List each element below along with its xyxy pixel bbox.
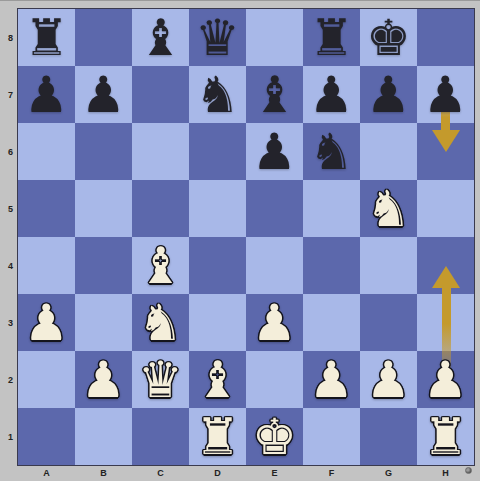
square-h4[interactable] bbox=[417, 237, 474, 294]
piece-black-pawn[interactable]: ♟ bbox=[81, 70, 126, 120]
rank-label-3: 3 bbox=[0, 294, 16, 351]
square-c8[interactable]: ♝ bbox=[132, 9, 189, 66]
square-g4[interactable] bbox=[360, 237, 417, 294]
square-c2[interactable]: ♛ bbox=[132, 351, 189, 408]
square-c7[interactable] bbox=[132, 66, 189, 123]
square-d2[interactable]: ♝ bbox=[189, 351, 246, 408]
square-f7[interactable]: ♟ bbox=[303, 66, 360, 123]
square-e8[interactable] bbox=[246, 9, 303, 66]
square-f5[interactable] bbox=[303, 180, 360, 237]
square-b5[interactable] bbox=[75, 180, 132, 237]
square-d8[interactable]: ♛ bbox=[189, 9, 246, 66]
piece-black-rook[interactable]: ♜ bbox=[24, 13, 69, 63]
square-b8[interactable] bbox=[75, 9, 132, 66]
square-d1[interactable]: ♜ bbox=[189, 408, 246, 465]
square-a4[interactable] bbox=[18, 237, 75, 294]
rank-label-1: 1 bbox=[0, 408, 16, 465]
square-d7[interactable]: ♞ bbox=[189, 66, 246, 123]
piece-white-pawn[interactable]: ♟ bbox=[423, 355, 468, 405]
square-h3[interactable] bbox=[417, 294, 474, 351]
rank-label-4: 4 bbox=[0, 237, 16, 294]
square-g7[interactable]: ♟ bbox=[360, 66, 417, 123]
square-f1[interactable] bbox=[303, 408, 360, 465]
piece-black-rook[interactable]: ♜ bbox=[309, 13, 354, 63]
file-label-e: E bbox=[246, 465, 303, 481]
piece-white-pawn[interactable]: ♟ bbox=[252, 298, 297, 348]
square-a1[interactable] bbox=[18, 408, 75, 465]
square-c6[interactable] bbox=[132, 123, 189, 180]
rank-label-7: 7 bbox=[0, 66, 16, 123]
chess-board[interactable]: ♜♝♛♜♚♟♟♞♝♟♟♟♟♞♞♝♟♞♟♟♛♝♟♟♟♜♚♜ bbox=[18, 9, 474, 465]
file-label-g: G bbox=[360, 465, 417, 481]
rank-label-2: 2 bbox=[0, 351, 16, 408]
square-a3[interactable]: ♟ bbox=[18, 294, 75, 351]
piece-black-pawn[interactable]: ♟ bbox=[366, 70, 411, 120]
rank-label-8: 8 bbox=[0, 9, 16, 66]
piece-white-knight[interactable]: ♞ bbox=[138, 298, 183, 348]
square-g8[interactable]: ♚ bbox=[360, 9, 417, 66]
piece-white-bishop[interactable]: ♝ bbox=[138, 241, 183, 291]
square-c4[interactable]: ♝ bbox=[132, 237, 189, 294]
square-h6[interactable] bbox=[417, 123, 474, 180]
piece-black-pawn[interactable]: ♟ bbox=[309, 70, 354, 120]
board-frame: 87654321 ♜♝♛♜♚♟♟♞♝♟♟♟♟♞♞♝♟♞♟♟♛♝♟♟♟♜♚♜ AB… bbox=[0, 0, 480, 481]
piece-white-knight[interactable]: ♞ bbox=[366, 184, 411, 234]
piece-white-pawn[interactable]: ♟ bbox=[81, 355, 126, 405]
piece-white-rook[interactable]: ♜ bbox=[195, 412, 240, 462]
piece-white-pawn[interactable]: ♟ bbox=[309, 355, 354, 405]
square-f4[interactable] bbox=[303, 237, 360, 294]
file-label-a: A bbox=[18, 465, 75, 481]
square-f8[interactable]: ♜ bbox=[303, 9, 360, 66]
rank-label-6: 6 bbox=[0, 123, 16, 180]
square-h8[interactable] bbox=[417, 9, 474, 66]
piece-black-pawn[interactable]: ♟ bbox=[423, 70, 468, 120]
square-g5[interactable]: ♞ bbox=[360, 180, 417, 237]
square-g3[interactable] bbox=[360, 294, 417, 351]
square-b3[interactable] bbox=[75, 294, 132, 351]
rank-labels: 87654321 bbox=[0, 9, 16, 465]
square-a2[interactable] bbox=[18, 351, 75, 408]
square-d6[interactable] bbox=[189, 123, 246, 180]
square-f6[interactable]: ♞ bbox=[303, 123, 360, 180]
square-d4[interactable] bbox=[189, 237, 246, 294]
file-label-c: C bbox=[132, 465, 189, 481]
piece-black-pawn[interactable]: ♟ bbox=[252, 127, 297, 177]
piece-black-queen[interactable]: ♛ bbox=[195, 13, 240, 63]
board-border: ♜♝♛♜♚♟♟♞♝♟♟♟♟♞♞♝♟♞♟♟♛♝♟♟♟♜♚♜ bbox=[17, 8, 475, 466]
square-f2[interactable]: ♟ bbox=[303, 351, 360, 408]
square-e2[interactable] bbox=[246, 351, 303, 408]
square-c1[interactable] bbox=[132, 408, 189, 465]
square-c5[interactable] bbox=[132, 180, 189, 237]
square-e4[interactable] bbox=[246, 237, 303, 294]
square-a6[interactable] bbox=[18, 123, 75, 180]
piece-black-bishop[interactable]: ♝ bbox=[252, 70, 297, 120]
square-g2[interactable]: ♟ bbox=[360, 351, 417, 408]
square-h5[interactable] bbox=[417, 180, 474, 237]
piece-white-pawn[interactable]: ♟ bbox=[24, 298, 69, 348]
square-c3[interactable]: ♞ bbox=[132, 294, 189, 351]
square-g1[interactable] bbox=[360, 408, 417, 465]
piece-white-bishop[interactable]: ♝ bbox=[195, 355, 240, 405]
square-h1[interactable]: ♜ bbox=[417, 408, 474, 465]
square-e7[interactable]: ♝ bbox=[246, 66, 303, 123]
square-a5[interactable] bbox=[18, 180, 75, 237]
file-label-f: F bbox=[303, 465, 360, 481]
square-f3[interactable] bbox=[303, 294, 360, 351]
file-labels: ABCDEFGH bbox=[18, 465, 474, 481]
piece-black-knight[interactable]: ♞ bbox=[309, 127, 354, 177]
square-g6[interactable] bbox=[360, 123, 417, 180]
piece-black-pawn[interactable]: ♟ bbox=[24, 70, 69, 120]
file-label-d: D bbox=[189, 465, 246, 481]
square-a8[interactable]: ♜ bbox=[18, 9, 75, 66]
square-e1[interactable]: ♚ bbox=[246, 408, 303, 465]
piece-white-pawn[interactable]: ♟ bbox=[366, 355, 411, 405]
file-label-b: B bbox=[75, 465, 132, 481]
piece-black-bishop[interactable]: ♝ bbox=[138, 13, 183, 63]
square-b7[interactable]: ♟ bbox=[75, 66, 132, 123]
piece-white-queen[interactable]: ♛ bbox=[138, 355, 183, 405]
rank-label-5: 5 bbox=[0, 180, 16, 237]
piece-white-king[interactable]: ♚ bbox=[252, 412, 297, 462]
square-a7[interactable]: ♟ bbox=[18, 66, 75, 123]
square-h7[interactable]: ♟ bbox=[417, 66, 474, 123]
piece-black-knight[interactable]: ♞ bbox=[195, 70, 240, 120]
piece-black-king[interactable]: ♚ bbox=[366, 13, 411, 63]
move-indicator-dot bbox=[465, 467, 472, 474]
piece-white-rook[interactable]: ♜ bbox=[423, 412, 468, 462]
square-e6[interactable]: ♟ bbox=[246, 123, 303, 180]
square-b2[interactable]: ♟ bbox=[75, 351, 132, 408]
square-b4[interactable] bbox=[75, 237, 132, 294]
square-e3[interactable]: ♟ bbox=[246, 294, 303, 351]
square-d3[interactable] bbox=[189, 294, 246, 351]
square-b1[interactable] bbox=[75, 408, 132, 465]
square-e5[interactable] bbox=[246, 180, 303, 237]
square-h2[interactable]: ♟ bbox=[417, 351, 474, 408]
square-d5[interactable] bbox=[189, 180, 246, 237]
square-b6[interactable] bbox=[75, 123, 132, 180]
